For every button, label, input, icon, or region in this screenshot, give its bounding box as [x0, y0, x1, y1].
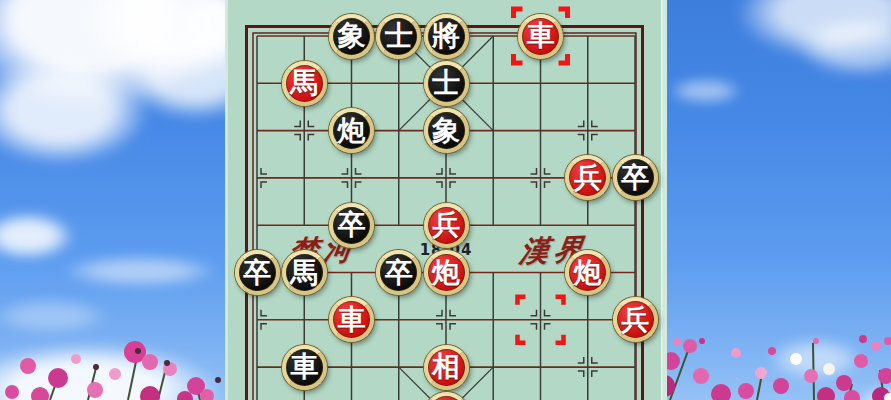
flower [140, 386, 160, 400]
piece-black-soldier[interactable]: 卒 [613, 155, 658, 200]
piece-black-soldier[interactable]: 卒 [376, 250, 421, 295]
flower [823, 363, 835, 375]
piece-black-soldier[interactable]: 卒 [235, 250, 280, 295]
flower [738, 383, 754, 399]
piece-black-advisor[interactable]: 士 [376, 14, 421, 59]
flower [142, 354, 158, 370]
flower [768, 347, 776, 355]
flower [836, 375, 852, 391]
piece-red-soldier[interactable]: 兵 [613, 297, 658, 342]
flower [164, 360, 170, 366]
flower [884, 337, 891, 345]
piece-black-horse[interactable]: 馬 [282, 250, 327, 295]
flower [871, 341, 881, 351]
piece-black-elephant[interactable]: 象 [424, 108, 469, 153]
flower [93, 364, 99, 370]
flower [673, 338, 681, 346]
flower [773, 378, 789, 394]
piece-black-advisor[interactable]: 士 [424, 61, 469, 106]
screenshot-root: 楚河 漢界 18:04 象士將車馬士炮象兵卒卒兵卒馬卒炮炮車兵車相 [0, 0, 891, 400]
flower [844, 390, 860, 400]
flower [693, 368, 709, 384]
piece-black-elephant[interactable]: 象 [329, 14, 374, 59]
piece-red-cannon[interactable]: 炮 [424, 250, 469, 295]
flower [854, 354, 868, 368]
piece-black-soldier[interactable]: 卒 [329, 203, 374, 248]
flower [48, 368, 68, 388]
flower [859, 335, 867, 343]
flower [790, 353, 802, 365]
piece-red-cannon[interactable]: 炮 [565, 250, 610, 295]
flower [683, 339, 697, 353]
flower [20, 358, 36, 374]
piece-red-chariot[interactable]: 車 [518, 14, 563, 59]
flower [87, 382, 103, 398]
flower [731, 348, 741, 358]
piece-red-elephant[interactable]: 相 [424, 345, 469, 390]
xiangqi-board[interactable]: 楚河 漢界 18:04 象士將車馬士炮象兵卒卒兵卒馬卒炮炮車兵車相 [225, 0, 667, 400]
flower [817, 387, 835, 400]
flower [215, 377, 221, 383]
flower [804, 369, 818, 383]
flower [109, 368, 121, 380]
piece-red-horse[interactable]: 馬 [282, 61, 327, 106]
flower [71, 354, 81, 364]
flower [5, 385, 19, 399]
piece-black-general[interactable]: 將 [424, 14, 469, 59]
flower [699, 338, 705, 344]
piece-red-soldier[interactable]: 兵 [424, 203, 469, 248]
flower [755, 367, 767, 379]
flower [31, 387, 49, 400]
flower [813, 338, 819, 344]
flower [135, 348, 141, 354]
piece-black-cannon[interactable]: 炮 [329, 108, 374, 153]
flower [711, 384, 731, 400]
piece-red-chariot[interactable]: 車 [329, 297, 374, 342]
piece-black-chariot[interactable]: 車 [282, 345, 327, 390]
